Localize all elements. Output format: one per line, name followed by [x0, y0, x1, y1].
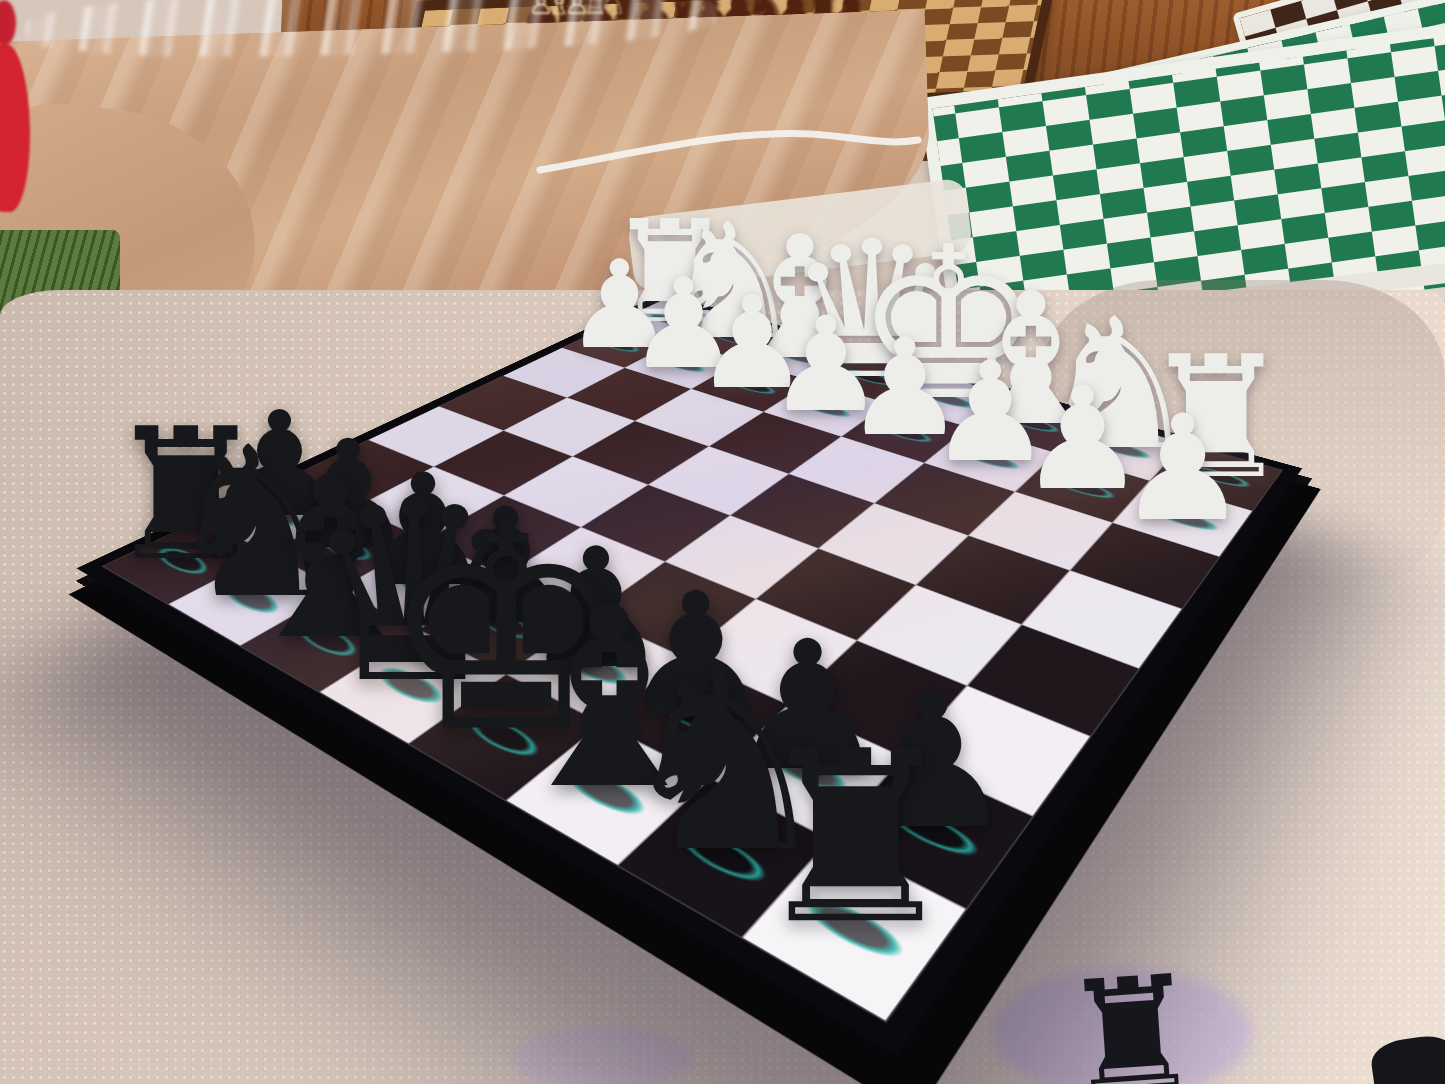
- off-board-black-rook: ♜: [1057, 953, 1206, 1084]
- piece-base-pad: [870, 420, 938, 446]
- piece-base-pad: [793, 396, 857, 420]
- piece-base-pad: [383, 565, 459, 604]
- photo-scene: ♟♛♟♜♟♝♟♟♞♟♜♟ ♙♗♙♖♘ ♜♞♝♛♚♝♞♜♟♟♟♟♟♟♟♟♟♟♟♟♟…: [0, 0, 1445, 1084]
- piece-base-pad: [458, 709, 549, 764]
- piece-base-pad: [840, 367, 902, 389]
- piece-base-pad: [215, 578, 289, 618]
- piece-base-pad: [704, 328, 760, 347]
- piece-base-pad: [642, 311, 696, 329]
- piece-base-pad: [1044, 472, 1120, 502]
- piece-base-pad: [369, 661, 454, 710]
- piece-base-pad: [877, 798, 986, 864]
- piece-base-pad: [721, 375, 782, 397]
- piece-base-pad: [288, 618, 367, 663]
- piece-base-pad: [954, 445, 1026, 473]
- piece-base-pad: [1084, 435, 1156, 462]
- piece-base-pad: [769, 347, 828, 367]
- piece-base-pad: [1178, 462, 1255, 492]
- piece-base-pad: [148, 543, 218, 580]
- piece-base-pad: [915, 388, 980, 412]
- piece-base-pad: [996, 411, 1065, 436]
- piece-base-pad: [1142, 502, 1223, 535]
- piece-base-pad: [756, 741, 856, 800]
- piece-base-pad: [243, 498, 310, 531]
- piece-base-pad: [796, 889, 913, 968]
- piece-base-pad: [669, 821, 776, 890]
- piece-base-pad: [551, 644, 637, 691]
- piece-base-pad: [558, 762, 657, 823]
- piece-base-pad: [310, 530, 381, 566]
- piece-base-pad: [648, 690, 741, 743]
- red-cloth: [0, 0, 16, 46]
- piece-base-pad: [590, 335, 646, 355]
- white-cable: [520, 100, 950, 190]
- piece-base-pad: [463, 602, 544, 645]
- lavender-reflection: [512, 1026, 692, 1084]
- piece-base-pad: [653, 354, 711, 375]
